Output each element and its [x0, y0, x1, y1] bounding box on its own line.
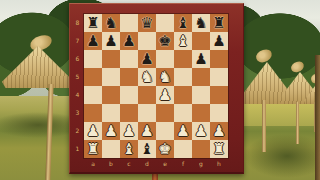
piece-white-bishop[interactable]: ♝	[122, 140, 135, 158]
piece-black-knight[interactable]: ♞	[194, 14, 207, 32]
square-b2[interactable]: ♟	[102, 122, 120, 140]
umbrella-pole	[262, 100, 266, 152]
square-e8[interactable]	[156, 14, 174, 32]
file-label-b: b	[102, 159, 120, 168]
square-g3[interactable]	[192, 104, 210, 122]
square-g1[interactable]	[192, 140, 210, 158]
file-label-f: f	[174, 159, 192, 168]
piece-white-pawn[interactable]: ♟	[104, 122, 117, 140]
square-g5[interactable]	[192, 68, 210, 86]
square-f6[interactable]	[174, 50, 192, 68]
piece-white-pawn[interactable]: ♟	[86, 122, 99, 140]
piece-black-pawn[interactable]: ♟	[194, 50, 207, 68]
piece-black-pawn[interactable]: ♟	[86, 32, 99, 50]
square-f3[interactable]	[174, 104, 192, 122]
square-h8[interactable]: ♜	[210, 14, 228, 32]
piece-black-bishop[interactable]: ♝	[140, 140, 153, 158]
square-c1[interactable]: ♝	[120, 140, 138, 158]
square-h4[interactable]	[210, 86, 228, 104]
piece-white-rook[interactable]: ♜	[86, 140, 99, 158]
chess-board: 87654321 ♜♞♛♝♞♜♟♟♟♚♝♟♟♟♞♞♟♟♟♟♟♟♟♟♜♝♝♚♜ a…	[69, 3, 244, 174]
rank-label-1: 1	[73, 140, 82, 158]
piece-white-pawn[interactable]: ♟	[194, 122, 207, 140]
square-g8[interactable]: ♞	[192, 14, 210, 32]
square-c2[interactable]: ♟	[120, 122, 138, 140]
square-g4[interactable]	[192, 86, 210, 104]
square-b3[interactable]	[102, 104, 120, 122]
square-a6[interactable]	[84, 50, 102, 68]
file-labels: abcdefgh	[84, 159, 228, 168]
square-h3[interactable]	[210, 104, 228, 122]
square-d2[interactable]: ♟	[138, 122, 156, 140]
square-d1[interactable]: ♝	[138, 140, 156, 158]
rank-label-2: 2	[73, 122, 82, 140]
square-c6[interactable]	[120, 50, 138, 68]
square-c8[interactable]	[120, 14, 138, 32]
square-h5[interactable]	[210, 68, 228, 86]
piece-white-pawn[interactable]: ♟	[158, 86, 171, 104]
file-label-a: a	[84, 159, 102, 168]
file-label-d: d	[138, 159, 156, 168]
square-f2[interactable]: ♟	[174, 122, 192, 140]
piece-white-pawn[interactable]: ♟	[176, 122, 189, 140]
piece-black-knight[interactable]: ♞	[104, 14, 117, 32]
piece-black-pawn[interactable]: ♟	[212, 32, 225, 50]
piece-black-pawn[interactable]: ♟	[104, 32, 117, 50]
square-f1[interactable]	[174, 140, 192, 158]
piece-white-bishop[interactable]: ♝	[176, 32, 189, 50]
square-h7[interactable]: ♟	[210, 32, 228, 50]
rank-label-6: 6	[73, 50, 82, 68]
umbrella-pole	[296, 102, 299, 144]
square-c5[interactable]	[120, 68, 138, 86]
rank-label-5: 5	[73, 68, 82, 86]
square-e1[interactable]: ♚	[156, 140, 174, 158]
square-c4[interactable]	[120, 86, 138, 104]
square-c7[interactable]: ♟	[120, 32, 138, 50]
rank-label-3: 3	[73, 104, 82, 122]
piece-white-knight[interactable]: ♞	[158, 68, 171, 86]
square-b4[interactable]	[102, 86, 120, 104]
square-f7[interactable]: ♝	[174, 32, 192, 50]
square-b8[interactable]: ♞	[102, 14, 120, 32]
square-d8[interactable]: ♛	[138, 14, 156, 32]
square-d5[interactable]: ♞	[138, 68, 156, 86]
square-e6[interactable]	[156, 50, 174, 68]
board-grid: ♜♞♛♝♞♜♟♟♟♚♝♟♟♟♞♞♟♟♟♟♟♟♟♟♜♝♝♚♜	[84, 14, 228, 158]
square-f4[interactable]	[174, 86, 192, 104]
square-a1[interactable]: ♜	[84, 140, 102, 158]
square-a5[interactable]	[84, 68, 102, 86]
piece-white-pawn[interactable]: ♟	[140, 122, 153, 140]
square-f5[interactable]	[174, 68, 192, 86]
square-e7[interactable]: ♚	[156, 32, 174, 50]
piece-white-pawn[interactable]: ♟	[122, 122, 135, 140]
file-label-g: g	[192, 159, 210, 168]
square-d3[interactable]	[138, 104, 156, 122]
screenshot: 87654321 ♜♞♛♝♞♜♟♟♟♚♝♟♟♟♞♞♟♟♟♟♟♟♟♟♜♝♝♚♜ a…	[0, 0, 320, 180]
square-g7[interactable]	[192, 32, 210, 50]
piece-white-king[interactable]: ♚	[158, 140, 171, 158]
square-c3[interactable]	[120, 104, 138, 122]
square-a7[interactable]: ♟	[84, 32, 102, 50]
square-e4[interactable]: ♟	[156, 86, 174, 104]
square-b6[interactable]	[102, 50, 120, 68]
rank-label-7: 7	[73, 32, 82, 50]
square-a4[interactable]	[84, 86, 102, 104]
piece-black-bishop[interactable]: ♝	[176, 14, 189, 32]
square-b5[interactable]	[102, 68, 120, 86]
square-b7[interactable]: ♟	[102, 32, 120, 50]
rank-label-4: 4	[73, 86, 82, 104]
grass-shadow-right	[244, 134, 320, 178]
square-h2[interactable]: ♟	[210, 122, 228, 140]
piece-black-pawn[interactable]: ♟	[122, 32, 135, 50]
square-b1[interactable]	[102, 140, 120, 158]
rank-labels: 87654321	[73, 14, 82, 158]
square-e3[interactable]	[156, 104, 174, 122]
rank-label-8: 8	[73, 14, 82, 32]
wooden-post-right	[315, 55, 320, 180]
piece-black-rook[interactable]: ♜	[212, 14, 225, 32]
square-h6[interactable]	[210, 50, 228, 68]
file-label-c: c	[120, 159, 138, 168]
square-a8[interactable]: ♜	[84, 14, 102, 32]
square-a3[interactable]	[84, 104, 102, 122]
square-d6[interactable]: ♟	[138, 50, 156, 68]
piece-black-pawn[interactable]: ♟	[140, 50, 153, 68]
square-g2[interactable]: ♟	[192, 122, 210, 140]
piece-white-pawn[interactable]: ♟	[212, 122, 225, 140]
file-label-e: e	[156, 159, 174, 168]
square-d7[interactable]	[138, 32, 156, 50]
square-a2[interactable]: ♟	[84, 122, 102, 140]
square-g6[interactable]: ♟	[192, 50, 210, 68]
piece-black-king[interactable]: ♚	[158, 32, 171, 50]
square-d4[interactable]	[138, 86, 156, 104]
grass-bright-band	[242, 104, 320, 126]
square-e2[interactable]	[156, 122, 174, 140]
square-f8[interactable]: ♝	[174, 14, 192, 32]
square-h1[interactable]: ♜	[210, 140, 228, 158]
piece-black-rook[interactable]: ♜	[86, 14, 99, 32]
piece-white-knight[interactable]: ♞	[140, 68, 153, 86]
piece-black-queen[interactable]: ♛	[140, 14, 153, 32]
file-label-h: h	[210, 159, 228, 168]
square-e5[interactable]: ♞	[156, 68, 174, 86]
piece-white-rook[interactable]: ♜	[212, 140, 225, 158]
